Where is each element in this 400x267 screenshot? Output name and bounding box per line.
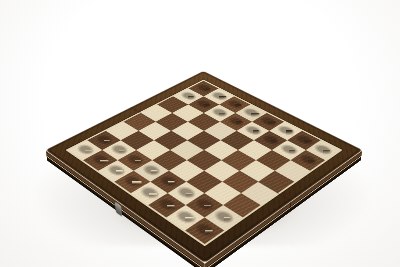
fold-seam-edge-mark	[290, 200, 292, 211]
chess-set-photo: ♜♞♝♚♛♝♞♜♟♟♟♟♟♟♟♟♟♟♟♟♟♟♟♟♜♞♝♚♛♝♞♜	[0, 0, 400, 267]
